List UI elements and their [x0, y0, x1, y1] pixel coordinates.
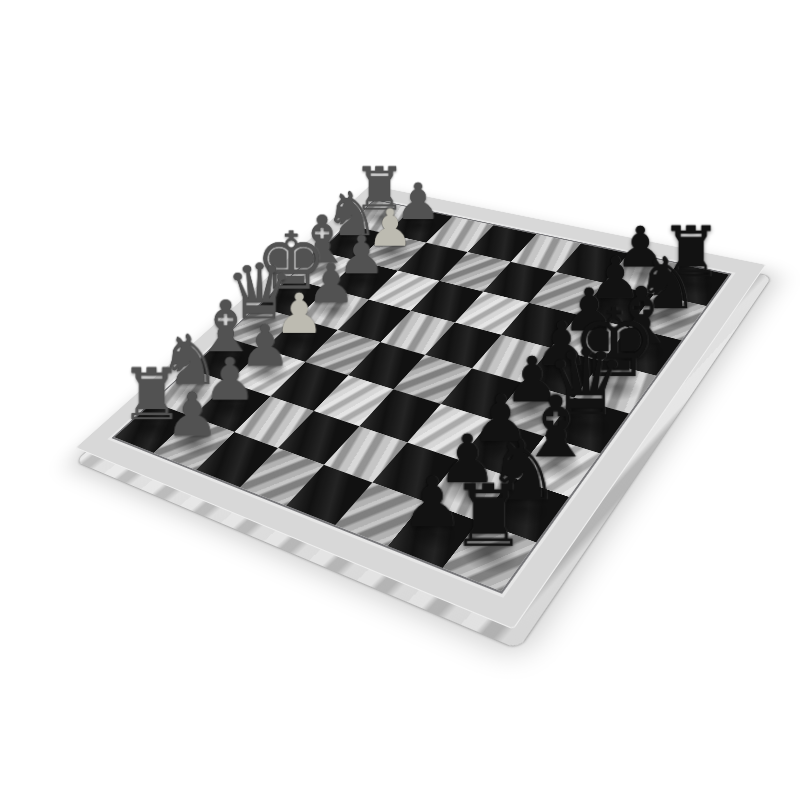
square-a8[interactable]: ♜	[443, 521, 537, 591]
piece-black-rook-a8[interactable]: ♜	[422, 476, 555, 558]
chess-board: ♜♟♟♜♞♟♟♞♝♟♟♝♚♟♟♚♛♟♟♛♝♟♟♝♞♟♟♞♜♟♟♜	[75, 185, 766, 630]
piece-white-pawn-a2[interactable]: ♟	[136, 387, 248, 444]
board-grid: ♜♟♟♜♞♟♟♞♝♟♟♝♚♟♟♚♛♟♟♛♝♟♟♝♞♟♟♞♜♟♟♜	[114, 200, 729, 591]
square-a5[interactable]	[286, 465, 372, 526]
board-border: ♜♟♟♜♞♟♟♞♝♟♟♝♚♟♟♚♛♟♟♛♝♟♟♝♞♟♟♞♜♟♟♜	[75, 185, 766, 630]
